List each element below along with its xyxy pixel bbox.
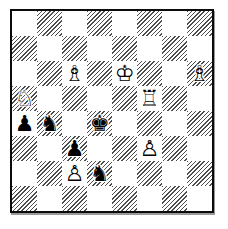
square-c8[interactable]	[62, 11, 87, 36]
square-c4[interactable]	[62, 111, 87, 136]
piece-white-pawn[interactable]: ♙	[140, 136, 160, 161]
square-a1[interactable]	[12, 186, 37, 211]
square-a3[interactable]	[12, 136, 37, 161]
square-e4[interactable]	[112, 111, 137, 136]
piece-black-pawn[interactable]: ♟	[15, 111, 35, 136]
piece-white-pawn[interactable]: ♙	[65, 161, 85, 186]
square-b6[interactable]	[37, 61, 62, 86]
piece-white-bishop[interactable]: ♗	[190, 61, 210, 86]
square-d3[interactable]	[87, 136, 112, 161]
square-g3[interactable]	[162, 136, 187, 161]
piece-black-king[interactable]: ♚	[90, 111, 110, 136]
square-c6[interactable]: ♗	[62, 61, 87, 86]
square-g1[interactable]	[162, 186, 187, 211]
square-f5[interactable]: ♖	[137, 86, 162, 111]
chess-diagram: ♗♔♗♘♖♟♞♚♟♙♙♞	[10, 9, 214, 213]
square-e8[interactable]	[112, 11, 137, 36]
square-e6[interactable]: ♔	[112, 61, 137, 86]
square-h3[interactable]	[187, 136, 212, 161]
square-g4[interactable]	[162, 111, 187, 136]
square-e5[interactable]	[112, 86, 137, 111]
square-f7[interactable]	[137, 36, 162, 61]
square-h6[interactable]: ♗	[187, 61, 212, 86]
square-b7[interactable]	[37, 36, 62, 61]
square-h4[interactable]	[187, 111, 212, 136]
square-g5[interactable]	[162, 86, 187, 111]
square-f2[interactable]	[137, 161, 162, 186]
square-d4[interactable]: ♚	[87, 111, 112, 136]
piece-white-bishop[interactable]: ♗	[65, 61, 85, 86]
piece-black-knight[interactable]: ♞	[90, 161, 110, 186]
square-e3[interactable]	[112, 136, 137, 161]
piece-black-pawn[interactable]: ♟	[65, 136, 85, 161]
square-h1[interactable]	[187, 186, 212, 211]
square-b8[interactable]	[37, 11, 62, 36]
square-e2[interactable]	[112, 161, 137, 186]
square-a6[interactable]	[12, 61, 37, 86]
square-a5[interactable]: ♘	[12, 86, 37, 111]
square-d1[interactable]	[87, 186, 112, 211]
square-b5[interactable]	[37, 86, 62, 111]
square-f6[interactable]	[137, 61, 162, 86]
square-a7[interactable]	[12, 36, 37, 61]
square-b4[interactable]: ♞	[37, 111, 62, 136]
piece-black-knight[interactable]: ♞	[40, 111, 60, 136]
chess-board: ♗♔♗♘♖♟♞♚♟♙♙♞	[10, 9, 214, 213]
square-d2[interactable]: ♞	[87, 161, 112, 186]
square-c3[interactable]: ♟	[62, 136, 87, 161]
square-h2[interactable]	[187, 161, 212, 186]
square-e1[interactable]	[112, 186, 137, 211]
square-d6[interactable]	[87, 61, 112, 86]
square-h8[interactable]	[187, 11, 212, 36]
square-h5[interactable]	[187, 86, 212, 111]
square-f1[interactable]	[137, 186, 162, 211]
square-d7[interactable]	[87, 36, 112, 61]
square-g2[interactable]	[162, 161, 187, 186]
square-b1[interactable]	[37, 186, 62, 211]
square-a4[interactable]: ♟	[12, 111, 37, 136]
square-g6[interactable]	[162, 61, 187, 86]
piece-white-king[interactable]: ♔	[115, 61, 135, 86]
square-c2[interactable]: ♙	[62, 161, 87, 186]
piece-white-knight[interactable]: ♘	[15, 86, 35, 111]
square-g8[interactable]	[162, 11, 187, 36]
square-b2[interactable]	[37, 161, 62, 186]
square-c1[interactable]	[62, 186, 87, 211]
square-c7[interactable]	[62, 36, 87, 61]
square-f4[interactable]	[137, 111, 162, 136]
square-d8[interactable]	[87, 11, 112, 36]
piece-white-rook[interactable]: ♖	[140, 86, 160, 111]
square-a8[interactable]	[12, 11, 37, 36]
square-f8[interactable]	[137, 11, 162, 36]
square-d5[interactable]	[87, 86, 112, 111]
square-c5[interactable]	[62, 86, 87, 111]
square-a2[interactable]	[12, 161, 37, 186]
square-h7[interactable]	[187, 36, 212, 61]
square-b3[interactable]	[37, 136, 62, 161]
square-f3[interactable]: ♙	[137, 136, 162, 161]
square-g7[interactable]	[162, 36, 187, 61]
square-e7[interactable]	[112, 36, 137, 61]
